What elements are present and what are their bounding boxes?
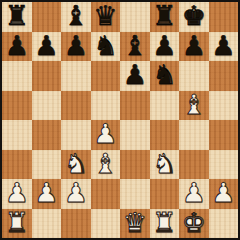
square-h4[interactable]: [209, 120, 239, 150]
black-pawn-piece[interactable]: ♟: [211, 32, 235, 59]
square-e7[interactable]: ♝: [120, 32, 150, 62]
square-c7[interactable]: ♟: [61, 32, 91, 62]
square-f2[interactable]: [150, 179, 180, 209]
square-g4[interactable]: [179, 120, 209, 150]
black-knight-piece[interactable]: ♞: [93, 32, 117, 59]
black-queen-piece[interactable]: ♛: [93, 2, 117, 29]
square-h2[interactable]: ♟: [209, 179, 239, 209]
black-rook-piece[interactable]: ♜: [152, 2, 176, 29]
square-h1[interactable]: [209, 209, 239, 239]
square-a8[interactable]: ♜: [2, 2, 32, 32]
square-b2[interactable]: ♟: [32, 179, 62, 209]
square-a6[interactable]: [2, 61, 32, 91]
white-pawn-piece[interactable]: ♟: [34, 179, 58, 206]
square-d2[interactable]: [91, 179, 121, 209]
black-king-piece[interactable]: ♚: [182, 2, 206, 29]
square-a3[interactable]: [2, 150, 32, 180]
square-f7[interactable]: ♟: [150, 32, 180, 62]
square-a1[interactable]: ♜: [2, 209, 32, 239]
square-d3[interactable]: ♝: [91, 150, 121, 180]
white-pawn-piece[interactable]: ♟: [5, 179, 29, 206]
white-king-piece[interactable]: ♚: [182, 209, 206, 236]
square-b7[interactable]: ♟: [32, 32, 62, 62]
square-h7[interactable]: ♟: [209, 32, 239, 62]
white-knight-piece[interactable]: ♞: [152, 150, 176, 177]
square-h8[interactable]: [209, 2, 239, 32]
white-pawn-piece[interactable]: ♟: [93, 120, 117, 147]
black-pawn-piece[interactable]: ♟: [64, 32, 88, 59]
square-f1[interactable]: ♜: [150, 209, 180, 239]
white-knight-piece[interactable]: ♞: [64, 150, 88, 177]
square-h5[interactable]: [209, 91, 239, 121]
square-b8[interactable]: [32, 2, 62, 32]
square-e4[interactable]: [120, 120, 150, 150]
square-g8[interactable]: ♚: [179, 2, 209, 32]
black-knight-piece[interactable]: ♞: [152, 61, 176, 88]
square-e1[interactable]: ♛: [120, 209, 150, 239]
square-c3[interactable]: ♞: [61, 150, 91, 180]
square-c1[interactable]: [61, 209, 91, 239]
white-pawn-piece[interactable]: ♟: [64, 179, 88, 206]
square-d7[interactable]: ♞: [91, 32, 121, 62]
square-g3[interactable]: [179, 150, 209, 180]
black-pawn-piece[interactable]: ♟: [5, 32, 29, 59]
square-f8[interactable]: ♜: [150, 2, 180, 32]
black-rook-piece[interactable]: ♜: [5, 2, 29, 29]
square-c6[interactable]: [61, 61, 91, 91]
square-d8[interactable]: ♛: [91, 2, 121, 32]
white-rook-piece[interactable]: ♜: [152, 209, 176, 236]
black-bishop-piece[interactable]: ♝: [64, 2, 88, 29]
square-a2[interactable]: ♟: [2, 179, 32, 209]
square-b1[interactable]: [32, 209, 62, 239]
square-e6[interactable]: ♟: [120, 61, 150, 91]
square-c2[interactable]: ♟: [61, 179, 91, 209]
square-c8[interactable]: ♝: [61, 2, 91, 32]
chess-board-window: ♜♝♛♜♚♟♟♟♞♝♟♟♟♟♞♝♟♞♝♞♟♟♟♟♟♜♛♜♚: [0, 0, 240, 240]
square-a4[interactable]: [2, 120, 32, 150]
white-pawn-piece[interactable]: ♟: [211, 179, 235, 206]
square-f3[interactable]: ♞: [150, 150, 180, 180]
black-pawn-piece[interactable]: ♟: [123, 61, 147, 88]
square-b4[interactable]: [32, 120, 62, 150]
square-b5[interactable]: [32, 91, 62, 121]
black-bishop-piece[interactable]: ♝: [123, 32, 147, 59]
white-bishop-piece[interactable]: ♝: [93, 150, 117, 177]
white-bishop-piece[interactable]: ♝: [182, 91, 206, 118]
square-c4[interactable]: [61, 120, 91, 150]
square-g2[interactable]: ♟: [179, 179, 209, 209]
square-g7[interactable]: ♟: [179, 32, 209, 62]
square-e8[interactable]: [120, 2, 150, 32]
black-pawn-piece[interactable]: ♟: [152, 32, 176, 59]
square-h6[interactable]: [209, 61, 239, 91]
square-a7[interactable]: ♟: [2, 32, 32, 62]
square-f4[interactable]: [150, 120, 180, 150]
square-h3[interactable]: [209, 150, 239, 180]
square-g5[interactable]: ♝: [179, 91, 209, 121]
white-queen-piece[interactable]: ♛: [123, 209, 147, 236]
black-pawn-piece[interactable]: ♟: [34, 32, 58, 59]
square-b6[interactable]: [32, 61, 62, 91]
square-g1[interactable]: ♚: [179, 209, 209, 239]
square-d5[interactable]: [91, 91, 121, 121]
square-e5[interactable]: [120, 91, 150, 121]
square-f5[interactable]: [150, 91, 180, 121]
square-a5[interactable]: [2, 91, 32, 121]
square-d6[interactable]: [91, 61, 121, 91]
square-e3[interactable]: [120, 150, 150, 180]
square-d1[interactable]: [91, 209, 121, 239]
white-pawn-piece[interactable]: ♟: [182, 179, 206, 206]
chess-board: ♜♝♛♜♚♟♟♟♞♝♟♟♟♟♞♝♟♞♝♞♟♟♟♟♟♜♛♜♚: [0, 0, 240, 240]
square-g6[interactable]: [179, 61, 209, 91]
square-e2[interactable]: [120, 179, 150, 209]
black-pawn-piece[interactable]: ♟: [182, 32, 206, 59]
square-b3[interactable]: [32, 150, 62, 180]
square-c5[interactable]: [61, 91, 91, 121]
square-d4[interactable]: ♟: [91, 120, 121, 150]
square-f6[interactable]: ♞: [150, 61, 180, 91]
white-rook-piece[interactable]: ♜: [5, 209, 29, 236]
